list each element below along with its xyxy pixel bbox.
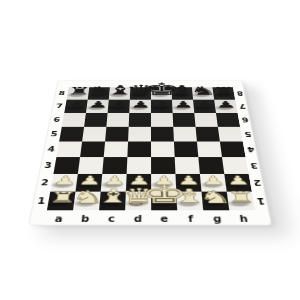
white-pawn-glyph: ♟: [56, 174, 122, 186]
file-label-a: a: [44, 211, 73, 227]
square-f1: [176, 192, 203, 211]
white-bishop-glyph: ♝: [79, 187, 147, 206]
white-knight-glyph: ♞: [53, 188, 121, 206]
shadow-h1: [226, 199, 252, 206]
square-e4: [151, 142, 175, 158]
shadow-a1: [46, 199, 72, 206]
square-c5: [105, 127, 129, 142]
shadow-b1: [72, 199, 97, 206]
white-pawn-glyph: ♟: [205, 174, 271, 186]
white-king-glyph: ♚: [130, 181, 197, 206]
white-knight-glyph: ♞: [181, 188, 249, 206]
square-f5: [173, 127, 197, 142]
square-d5: [128, 127, 151, 142]
rank-label-left-3: 3: [40, 157, 57, 174]
white-pawn-glyph: ♟: [180, 174, 246, 186]
square-d6: [129, 113, 151, 127]
square-h3: [222, 157, 249, 174]
square-g1: [202, 192, 230, 211]
square-g4: [197, 142, 222, 158]
square-c2: [101, 174, 127, 192]
shadow-e2: [149, 181, 173, 188]
rank-label-left-1: 1: [32, 192, 50, 211]
rank-label-left-5: 5: [46, 127, 62, 142]
rank-label-right-4: 4: [243, 142, 259, 158]
square-g6: [194, 113, 218, 127]
square-g5: [196, 127, 220, 142]
shadow-f1: [175, 199, 200, 206]
square-b1: [73, 192, 101, 211]
shadow-g2: [199, 181, 224, 188]
felt-ring-detail: [130, 201, 142, 205]
chess-board: 8765432187654321abcdefgh ♜♞♝♛♚♝♞♜♟♟♟♟♟♟♟…: [28, 80, 272, 226]
shadow-c1: [98, 199, 123, 206]
square-c4: [104, 142, 128, 158]
white-pawn-glyph: ♟: [131, 174, 196, 186]
square-b2: [75, 174, 102, 192]
square-h5: [218, 127, 243, 142]
square-a3: [53, 157, 80, 174]
square-h1: [227, 192, 256, 211]
shadow-d1: [124, 199, 149, 206]
square-e6: [151, 113, 173, 127]
square-d1: [125, 192, 151, 211]
white-pawn-glyph: ♟: [81, 174, 146, 186]
square-f2: [175, 174, 201, 192]
file-label-e: e: [151, 211, 178, 227]
rank-label-left-6: 6: [49, 113, 64, 127]
square-c1: [99, 192, 126, 211]
shadow-b2: [74, 181, 99, 188]
file-label-b: b: [71, 211, 99, 227]
square-b3: [78, 157, 104, 174]
square-a1: [47, 192, 76, 211]
square-f4: [174, 142, 198, 158]
white-pawn-glyph: ♟: [156, 174, 221, 186]
white-bishop-glyph: ♝: [156, 187, 224, 206]
black-pawn-glyph: ♟: [197, 100, 254, 109]
shadow-c2: [99, 181, 123, 188]
white-rook-glyph: ♜: [27, 190, 96, 205]
square-b6: [84, 113, 108, 127]
square-d2: [126, 174, 151, 192]
square-e2: [151, 174, 176, 192]
square-d4: [127, 142, 151, 158]
rank-label-right-3: 3: [246, 157, 263, 174]
shadow-a2: [49, 181, 74, 188]
file-label-h: h: [229, 211, 258, 227]
file-label-d: d: [124, 211, 151, 227]
square-a2: [50, 174, 78, 192]
square-c3: [102, 157, 127, 174]
shadow-d2: [124, 181, 148, 188]
square-e5: [151, 127, 174, 142]
file-label-g: g: [203, 211, 231, 227]
square-g2: [200, 174, 227, 192]
square-a5: [59, 127, 84, 142]
file-label-c: c: [98, 211, 125, 227]
chess-set-photo: 8765432187654321abcdefgh ♜♞♝♛♚♝♞♜♟♟♟♟♟♟♟…: [0, 0, 300, 300]
white-queen-glyph: ♛: [105, 185, 172, 205]
shadow-f2: [174, 181, 198, 188]
square-g3: [198, 157, 224, 174]
black-rook-glyph: ♜: [196, 86, 252, 96]
square-c6: [106, 113, 129, 127]
square-b4: [80, 142, 105, 158]
square-a4: [56, 142, 82, 158]
rank-label-right-6: 6: [238, 113, 253, 127]
white-pawn-glyph: ♟: [31, 174, 97, 186]
square-h6: [216, 113, 240, 127]
rank-label-left-2: 2: [36, 174, 53, 192]
file-label-f: f: [177, 211, 205, 227]
square-h4: [220, 142, 246, 158]
square-e3: [151, 157, 175, 174]
square-h2: [224, 174, 252, 192]
square-b5: [82, 127, 106, 142]
shadow-g1: [201, 199, 226, 206]
square-f3: [175, 157, 200, 174]
rank-label-right-5: 5: [240, 127, 256, 142]
square-d3: [127, 157, 151, 174]
shadow-e1: [149, 199, 174, 206]
square-e1: [151, 192, 177, 211]
square-a6: [62, 113, 86, 127]
square-f6: [173, 113, 196, 127]
white-pawn-glyph: ♟: [106, 174, 171, 186]
white-rook-glyph: ♜: [206, 190, 275, 205]
rank-label-left-4: 4: [43, 142, 59, 158]
shadow-h2: [224, 181, 249, 188]
